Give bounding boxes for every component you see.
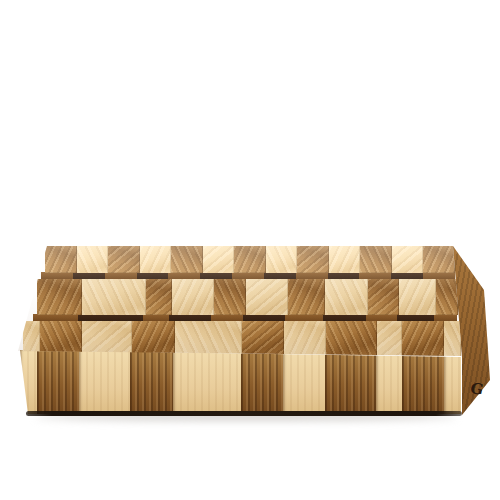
wood-block-maple [284,321,326,356]
wood-block-maple [82,279,146,315]
wood-block-maple [325,279,368,315]
wood-block-maple [246,279,288,315]
wood-block-oak [241,350,283,414]
wood-block-oak [108,246,140,273]
wood-block-maple [392,246,424,273]
wood-block-oak [402,321,444,356]
wood-block-maple [266,246,298,273]
board-row-middle [37,279,458,315]
wood-block-oak [326,321,377,356]
wood-block-oak [436,279,459,315]
wood-block-maple [79,350,130,414]
wood-block-maple [203,246,235,273]
wood-block-maple [172,279,214,315]
wood-block-maple [82,321,133,356]
wood-block-maple [173,350,241,414]
wood-block-maple [175,321,242,356]
board-top-face [18,246,462,356]
wood-block-oak [171,246,203,273]
wood-block-maple [23,321,40,356]
wood-block-oak [242,321,284,356]
brand-logo: G [465,378,489,400]
wood-block-oak [234,246,266,273]
wood-block-oak [368,279,399,315]
board-row-front [23,321,461,356]
wood-block-maple [444,350,461,414]
wood-block-oak [423,246,455,273]
brand-monogram: G [469,379,485,398]
wood-block-oak [146,279,172,315]
wood-block-oak [402,350,444,414]
wood-block-oak [288,279,325,315]
wood-block-maple [283,350,325,414]
wood-block-maple [444,321,461,356]
wood-block-maple [399,279,436,315]
wood-block-maple [377,321,402,356]
wood-block-oak [37,279,82,315]
wood-block-oak [37,350,79,414]
wood-block-oak [214,279,246,315]
wood-block-oak [325,350,376,414]
wood-block-oak [132,321,174,356]
wood-block-maple [376,350,401,414]
front-face-stripes [20,350,461,414]
wood-block-oak [130,350,172,414]
wood-block-oak [40,321,82,356]
wood-block-oak [297,246,329,273]
board-bottom-edge [26,411,462,416]
wood-block-oak [45,246,77,273]
board-row-back [45,246,455,273]
product-photo-background: G [0,0,500,500]
wood-block-maple [77,246,109,273]
wood-block-maple [140,246,172,273]
wood-block-maple [329,246,361,273]
wood-block-oak [360,246,392,273]
board-front-face [18,350,462,415]
wood-block-maple [20,350,37,414]
